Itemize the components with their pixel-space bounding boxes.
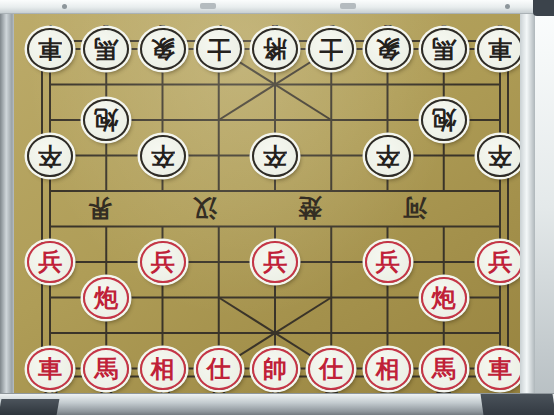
piece-character: 馬 bbox=[432, 357, 456, 381]
river-character-1: 界 bbox=[88, 196, 112, 220]
piece-red-chariot[interactable]: 車 bbox=[27, 348, 73, 390]
screw-icon bbox=[505, 4, 510, 9]
piece-black-soldier[interactable]: 卒 bbox=[477, 135, 523, 177]
piece-character: 兵 bbox=[488, 250, 512, 274]
piece-black-horse[interactable]: 馬 bbox=[421, 28, 467, 70]
piece-black-soldier[interactable]: 卒 bbox=[27, 135, 73, 177]
piece-red-horse[interactable]: 馬 bbox=[421, 348, 467, 390]
screw-icon bbox=[62, 4, 67, 9]
piece-black-soldier[interactable]: 卒 bbox=[252, 135, 298, 177]
piece-character: 兵 bbox=[376, 250, 400, 274]
board[interactable]: 123456789九八七六五四三二一界汉楚河車馬象士將士象馬車炮炮卒卒卒卒卒兵兵… bbox=[14, 13, 520, 393]
piece-red-soldier[interactable]: 兵 bbox=[27, 241, 73, 283]
piece-red-elephant[interactable]: 相 bbox=[140, 348, 186, 390]
piece-character: 炮 bbox=[94, 286, 118, 310]
piece-black-elephant[interactable]: 象 bbox=[140, 28, 186, 70]
piece-red-horse[interactable]: 馬 bbox=[83, 348, 129, 390]
frame-left-rail bbox=[0, 0, 14, 415]
frame-corner-top-right bbox=[533, 0, 554, 16]
piece-character: 士 bbox=[207, 37, 231, 61]
piece-character: 車 bbox=[488, 357, 512, 381]
piece-character: 卒 bbox=[151, 144, 175, 168]
piece-character: 卒 bbox=[38, 144, 62, 168]
river-character-2: 汉 bbox=[193, 196, 217, 220]
piece-black-advisor[interactable]: 士 bbox=[196, 28, 242, 70]
piece-character: 馬 bbox=[94, 357, 118, 381]
piece-red-general[interactable]: 帥 bbox=[252, 348, 298, 390]
piece-character: 相 bbox=[151, 357, 175, 381]
piece-character: 卒 bbox=[488, 144, 512, 168]
piece-character: 炮 bbox=[432, 108, 456, 132]
piece-red-elephant[interactable]: 相 bbox=[365, 348, 411, 390]
frame-corner-bottom-right bbox=[481, 394, 554, 415]
piece-red-advisor[interactable]: 仕 bbox=[308, 348, 354, 390]
piece-black-cannon[interactable]: 炮 bbox=[83, 99, 129, 141]
background-right bbox=[535, 0, 554, 415]
piece-red-soldier[interactable]: 兵 bbox=[140, 241, 186, 283]
piece-character: 兵 bbox=[151, 250, 175, 274]
piece-black-soldier[interactable]: 卒 bbox=[140, 135, 186, 177]
piece-character: 卒 bbox=[263, 144, 287, 168]
piece-character: 炮 bbox=[432, 286, 456, 310]
piece-character: 將 bbox=[263, 37, 287, 61]
piece-red-soldier[interactable]: 兵 bbox=[365, 241, 411, 283]
piece-character: 車 bbox=[38, 37, 62, 61]
piece-black-chariot[interactable]: 車 bbox=[477, 28, 523, 70]
piece-black-cannon[interactable]: 炮 bbox=[421, 99, 467, 141]
piece-black-chariot[interactable]: 車 bbox=[27, 28, 73, 70]
piece-red-soldier[interactable]: 兵 bbox=[477, 241, 523, 283]
piece-character: 馬 bbox=[94, 37, 118, 61]
frame-top-bar bbox=[0, 0, 554, 14]
piece-character: 馬 bbox=[432, 37, 456, 61]
piece-character: 象 bbox=[376, 37, 400, 61]
river-character-4: 河 bbox=[403, 196, 427, 220]
piece-red-advisor[interactable]: 仕 bbox=[196, 348, 242, 390]
demonstration-board-photo: 123456789九八七六五四三二一界汉楚河車馬象士將士象馬車炮炮卒卒卒卒卒兵兵… bbox=[0, 0, 554, 415]
piece-character: 兵 bbox=[263, 250, 287, 274]
piece-black-elephant[interactable]: 象 bbox=[365, 28, 411, 70]
piece-character: 卒 bbox=[376, 144, 400, 168]
piece-character: 仕 bbox=[319, 357, 343, 381]
frame-corner-bottom-left bbox=[0, 399, 59, 415]
frame-right-rail bbox=[520, 0, 535, 415]
piece-black-advisor[interactable]: 士 bbox=[308, 28, 354, 70]
piece-character: 士 bbox=[319, 37, 343, 61]
hinge-mark bbox=[340, 3, 356, 9]
piece-character: 仕 bbox=[207, 357, 231, 381]
piece-red-soldier[interactable]: 兵 bbox=[252, 241, 298, 283]
piece-red-cannon[interactable]: 炮 bbox=[83, 277, 129, 319]
piece-red-cannon[interactable]: 炮 bbox=[421, 277, 467, 319]
hinge-mark bbox=[200, 3, 216, 9]
river-character-3: 楚 bbox=[298, 196, 322, 220]
piece-character: 車 bbox=[488, 37, 512, 61]
piece-black-horse[interactable]: 馬 bbox=[83, 28, 129, 70]
piece-black-soldier[interactable]: 卒 bbox=[365, 135, 411, 177]
piece-black-general[interactable]: 將 bbox=[252, 28, 298, 70]
piece-character: 相 bbox=[376, 357, 400, 381]
piece-character: 兵 bbox=[38, 250, 62, 274]
piece-character: 炮 bbox=[94, 108, 118, 132]
piece-character: 帥 bbox=[263, 357, 287, 381]
frame-bottom-tray bbox=[0, 393, 554, 415]
piece-character: 車 bbox=[38, 357, 62, 381]
piece-character: 象 bbox=[151, 37, 175, 61]
piece-red-chariot[interactable]: 車 bbox=[477, 348, 523, 390]
